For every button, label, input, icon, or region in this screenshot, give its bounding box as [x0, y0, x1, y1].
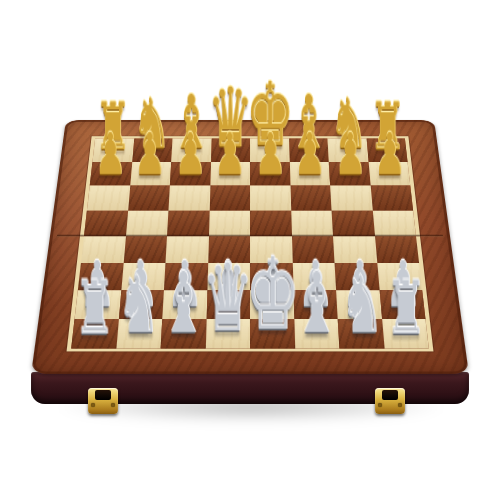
square-d6[interactable]: [209, 186, 250, 211]
piece-gold-pawn[interactable]: ♟: [334, 125, 366, 183]
square-e7[interactable]: ♟: [250, 162, 290, 186]
square-c7[interactable]: ♟: [170, 162, 211, 186]
square-b7[interactable]: ♟: [130, 162, 171, 186]
square-c1[interactable]: ♝: [161, 319, 207, 349]
square-e5[interactable]: [250, 210, 292, 236]
piece-gold-pawn[interactable]: ♟: [94, 125, 126, 183]
piece-gold-pawn[interactable]: ♟: [174, 125, 206, 183]
square-h7[interactable]: ♟: [368, 162, 410, 186]
square-h6[interactable]: [370, 186, 413, 211]
piece-gold-pawn[interactable]: ♟: [134, 125, 166, 183]
piece-silver-knight[interactable]: ♞: [117, 266, 160, 345]
board-scene: ♜♞♝♛♚♝♞♜♟♟♟♟♟♟♟♟♟♟♟♟♟♟♟♟♜♞♝♛♚♝♞♜: [50, 36, 450, 436]
square-f7[interactable]: ♟: [289, 162, 330, 186]
square-b1[interactable]: ♞: [116, 319, 162, 349]
chess-board: ♜♞♝♛♚♝♞♜♟♟♟♟♟♟♟♟♟♟♟♟♟♟♟♟♜♞♝♛♚♝♞♜: [31, 120, 469, 374]
piece-gold-pawn[interactable]: ♟: [214, 125, 246, 183]
square-a7[interactable]: ♟: [90, 162, 132, 186]
square-c6[interactable]: [168, 186, 209, 211]
square-e1[interactable]: ♚: [250, 319, 295, 349]
piece-silver-rook[interactable]: ♜: [74, 271, 115, 345]
piece-silver-bishop[interactable]: ♝: [160, 261, 206, 345]
square-d1[interactable]: ♛: [205, 319, 250, 349]
square-g5[interactable]: [332, 210, 375, 236]
square-f5[interactable]: [291, 210, 333, 236]
square-c5[interactable]: [167, 210, 209, 236]
square-h5[interactable]: [372, 210, 416, 236]
piece-gold-pawn[interactable]: ♟: [294, 125, 326, 183]
product-photo: ♜♞♝♛♚♝♞♜♟♟♟♟♟♟♟♟♟♟♟♟♟♟♟♟♜♞♝♛♚♝♞♜: [0, 0, 500, 500]
square-a1[interactable]: ♜: [71, 319, 118, 349]
square-f1[interactable]: ♝: [294, 319, 340, 349]
square-e6[interactable]: [250, 186, 291, 211]
piece-silver-king[interactable]: ♚: [245, 245, 300, 345]
piece-silver-knight[interactable]: ♞: [340, 266, 383, 345]
square-a6[interactable]: [87, 186, 130, 211]
square-b6[interactable]: [128, 186, 170, 211]
square-g1[interactable]: ♞: [338, 319, 384, 349]
square-g7[interactable]: ♟: [329, 162, 370, 186]
piece-silver-rook[interactable]: ♜: [386, 271, 427, 345]
square-d5[interactable]: [209, 210, 251, 236]
piece-gold-pawn[interactable]: ♟: [374, 125, 406, 183]
board-grid: ♜♞♝♛♚♝♞♜♟♟♟♟♟♟♟♟♟♟♟♟♟♟♟♟♜♞♝♛♚♝♞♜: [67, 136, 434, 351]
piece-gold-pawn[interactable]: ♟: [254, 125, 286, 183]
square-b5[interactable]: [126, 210, 169, 236]
square-h1[interactable]: ♜: [382, 319, 429, 349]
piece-silver-bishop[interactable]: ♝: [294, 261, 340, 345]
square-g6[interactable]: [330, 186, 372, 211]
square-d7[interactable]: ♟: [210, 162, 250, 186]
square-a5[interactable]: [84, 210, 128, 236]
square-f6[interactable]: [290, 186, 331, 211]
